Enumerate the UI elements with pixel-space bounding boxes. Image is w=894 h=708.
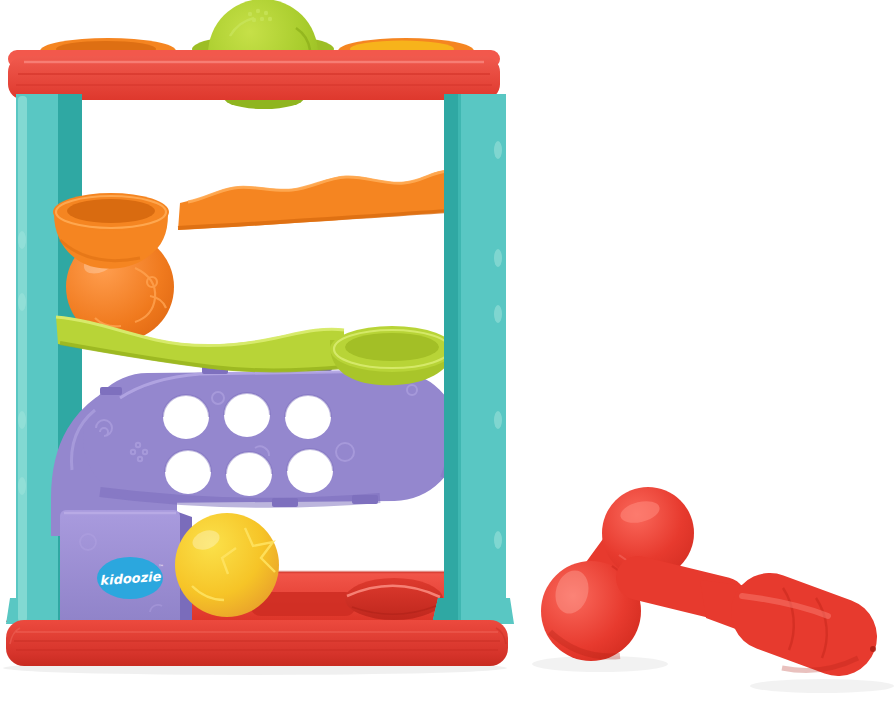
toy-illustration: kidoozie ™ (0, 0, 894, 708)
product-photo-stage: kidoozie ™ (0, 0, 894, 708)
hammer (532, 487, 894, 693)
green-cup (330, 326, 456, 385)
right-post-side (444, 94, 458, 624)
ball-tube (71, 362, 454, 536)
hammer-tip-hole (870, 646, 876, 652)
top-frame-assembly (8, 0, 500, 109)
right-post (432, 94, 514, 624)
yellow-ball (175, 513, 279, 617)
reward-box: kidoozie ™ (60, 510, 192, 627)
logo-trademark: ™ (158, 563, 164, 570)
orange-ramp (53, 170, 449, 269)
base-slab (6, 620, 508, 666)
